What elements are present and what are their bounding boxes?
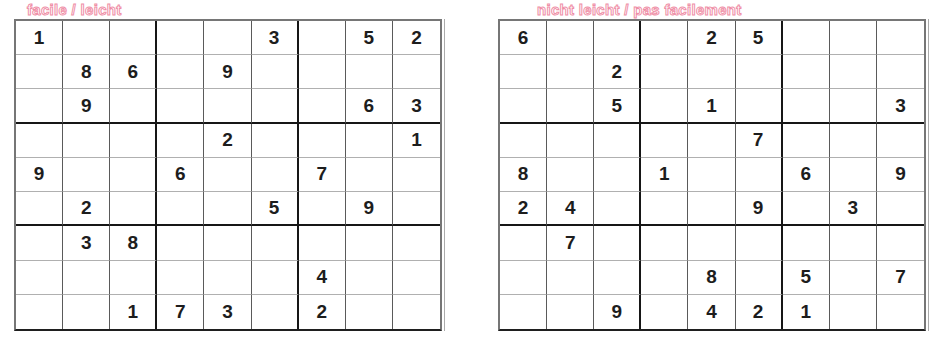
cell-p1-r8c6 [736,261,783,295]
cell-p0-r3c2: 9 [63,89,110,123]
cell-p0-r6c2: 2 [63,192,110,226]
cell-p0-r4c8 [346,124,393,158]
cell-p0-r2c3: 6 [110,55,157,89]
cell-p0-r3c9: 3 [393,89,440,123]
cell-p1-r8c2 [547,261,594,295]
cell-p0-r4c5: 2 [204,124,251,158]
cell-p1-r2c3: 2 [594,55,641,89]
cell-p1-r8c7: 5 [783,261,830,295]
cell-p0-r5c9 [393,158,440,192]
cell-p1-r3c6 [736,89,783,123]
cell-p0-r8c7: 4 [299,261,346,295]
cell-p1-r4c8 [830,124,877,158]
cell-p0-r4c9: 1 [393,124,440,158]
cell-p1-r9c6: 2 [736,295,783,329]
cell-p1-r4c1 [500,124,547,158]
cell-p0-r5c5 [204,158,251,192]
cell-p0-r1c8: 5 [346,21,393,55]
cell-p0-r7c9 [393,226,440,260]
cell-p0-r9c6 [252,295,299,329]
cell-p0-r1c7 [299,21,346,55]
cell-p0-r3c1 [16,89,63,123]
cell-p1-r2c4 [641,55,688,89]
cell-p1-r8c9: 7 [877,261,924,295]
cell-p1-r5c2 [547,158,594,192]
cell-p1-r4c4 [641,124,688,158]
sudoku-grid-right: 625251378169249378579421 [498,19,926,331]
cell-p1-r9c8 [830,295,877,329]
cell-p0-r5c1: 9 [16,158,63,192]
cell-p0-r7c1 [16,226,63,260]
cell-p0-r1c5 [204,21,251,55]
cell-p1-r8c3 [594,261,641,295]
cell-p1-r5c8 [830,158,877,192]
cell-p0-r7c8 [346,226,393,260]
cell-p0-r1c9: 2 [393,21,440,55]
cell-p1-r4c2 [547,124,594,158]
cell-p0-r1c4 [157,21,204,55]
cell-p0-r4c6 [252,124,299,158]
cell-p1-r7c1 [500,226,547,260]
cell-p0-r9c1 [16,295,63,329]
cell-p1-r5c9: 9 [877,158,924,192]
cell-p0-r9c3: 1 [110,295,157,329]
cell-p1-r6c5 [688,192,735,226]
cell-p0-r5c2 [63,158,110,192]
cell-p1-r2c2 [547,55,594,89]
cell-p1-r2c7 [783,55,830,89]
cell-p0-r2c2: 8 [63,55,110,89]
cell-p0-r3c5 [204,89,251,123]
cell-p1-r4c6: 7 [736,124,783,158]
cell-p0-r8c5 [204,261,251,295]
cell-p1-r7c5 [688,226,735,260]
cell-p1-r7c6 [736,226,783,260]
cell-p0-r2c6 [252,55,299,89]
cell-p1-r3c3: 5 [594,89,641,123]
cell-p0-r7c4 [157,226,204,260]
cell-p0-r6c5 [204,192,251,226]
cell-p1-r3c1 [500,89,547,123]
cell-p0-r2c5: 9 [204,55,251,89]
cell-p1-r1c3 [594,21,641,55]
cell-p0-r5c3 [110,158,157,192]
cell-p1-r8c5: 8 [688,261,735,295]
cell-p1-r8c8 [830,261,877,295]
cell-p0-r3c8: 6 [346,89,393,123]
cell-p1-r5c4: 1 [641,158,688,192]
cell-p0-r6c9 [393,192,440,226]
puzzle-facile-leicht: facile / leicht 135286996321967259384173… [14,2,442,331]
cell-p1-r4c7 [783,124,830,158]
cell-p1-r2c8 [830,55,877,89]
cell-p0-r3c3 [110,89,157,123]
cell-p0-r5c6 [252,158,299,192]
cell-p0-r8c6 [252,261,299,295]
cell-p1-r5c3 [594,158,641,192]
sudoku-page: facile / leicht 135286996321967259384173… [0,0,945,331]
cell-p0-r2c8 [346,55,393,89]
cell-p0-r8c1 [16,261,63,295]
cell-p0-r1c3 [110,21,157,55]
cell-p0-r5c4: 6 [157,158,204,192]
sudoku-grid-left: 1352869963219672593841732 [14,19,442,331]
cell-p0-r1c6: 3 [252,21,299,55]
puzzle-nicht-leicht-pas-facilement: nicht leicht / pas facilement 6252513781… [498,2,926,331]
cell-p1-r3c2 [547,89,594,123]
cell-p1-r2c5 [688,55,735,89]
cell-p1-r3c8 [830,89,877,123]
cell-p1-r1c9 [877,21,924,55]
cell-p0-r4c1 [16,124,63,158]
puzzle-title-left: facile / leicht [27,2,442,17]
cell-p1-r3c7 [783,89,830,123]
cell-p1-r6c1: 2 [500,192,547,226]
cell-p1-r9c7: 1 [783,295,830,329]
cell-p0-r9c9 [393,295,440,329]
cell-p0-r8c2 [63,261,110,295]
cell-p0-r4c3 [110,124,157,158]
cell-p1-r2c9 [877,55,924,89]
cell-p0-r8c8 [346,261,393,295]
cell-p1-r6c8: 3 [830,192,877,226]
cell-p0-r9c8 [346,295,393,329]
cell-p1-r3c9: 3 [877,89,924,123]
cell-p0-r3c7 [299,89,346,123]
cell-p1-r7c9 [877,226,924,260]
cell-p1-r4c3 [594,124,641,158]
cell-p0-r2c7 [299,55,346,89]
cell-p1-r6c7 [783,192,830,226]
cell-p1-r9c1 [500,295,547,329]
cell-p1-r9c9 [877,295,924,329]
cell-p0-r6c1 [16,192,63,226]
cell-p0-r7c7 [299,226,346,260]
cell-p1-r9c5: 4 [688,295,735,329]
cell-p0-r9c2 [63,295,110,329]
cell-p1-r1c2 [547,21,594,55]
cell-p1-r1c8 [830,21,877,55]
cell-p1-r8c4 [641,261,688,295]
cell-p1-r6c3 [594,192,641,226]
cell-p0-r3c6 [252,89,299,123]
cell-p1-r6c4 [641,192,688,226]
cell-p1-r5c1: 8 [500,158,547,192]
cell-p1-r7c2: 7 [547,226,594,260]
cell-p0-r2c1 [16,55,63,89]
cell-p0-r7c2: 3 [63,226,110,260]
cell-p0-r7c6 [252,226,299,260]
cell-p1-r8c1 [500,261,547,295]
puzzle-title-right: nicht leicht / pas facilement [537,2,926,17]
cell-p0-r2c9 [393,55,440,89]
cell-p1-r5c6 [736,158,783,192]
cell-p1-r7c3 [594,226,641,260]
cell-p0-r8c4 [157,261,204,295]
cell-p0-r7c3: 8 [110,226,157,260]
cell-p0-r6c4 [157,192,204,226]
cell-p1-r1c6: 5 [736,21,783,55]
cell-p1-r3c5: 1 [688,89,735,123]
cell-p0-r4c4 [157,124,204,158]
cell-p1-r9c3: 9 [594,295,641,329]
cell-p1-r6c9 [877,192,924,226]
cell-p0-r4c2 [63,124,110,158]
cell-p1-r1c4 [641,21,688,55]
cell-p0-r5c7: 7 [299,158,346,192]
cell-p1-r4c9 [877,124,924,158]
cell-p1-r7c8 [830,226,877,260]
cell-p1-r1c7 [783,21,830,55]
cell-p0-r6c3 [110,192,157,226]
cell-p0-r9c4: 7 [157,295,204,329]
cell-p1-r9c2 [547,295,594,329]
cell-p0-r6c7 [299,192,346,226]
cell-p0-r5c8 [346,158,393,192]
cell-p0-r2c4 [157,55,204,89]
cell-p1-r5c5 [688,158,735,192]
cell-p1-r1c1: 6 [500,21,547,55]
cell-p1-r2c1 [500,55,547,89]
cell-p0-r6c8: 9 [346,192,393,226]
cell-p1-r7c4 [641,226,688,260]
cell-p1-r7c7 [783,226,830,260]
cell-p1-r4c5 [688,124,735,158]
cell-p0-r8c3 [110,261,157,295]
cell-p1-r6c2: 4 [547,192,594,226]
cell-p0-r8c9 [393,261,440,295]
cell-p0-r7c5 [204,226,251,260]
cell-p1-r5c7: 6 [783,158,830,192]
cell-p0-r9c7: 2 [299,295,346,329]
cell-p1-r3c4 [641,89,688,123]
cell-p1-r2c6 [736,55,783,89]
cell-p0-r9c5: 3 [204,295,251,329]
cell-p0-r1c1: 1 [16,21,63,55]
cell-p0-r3c4 [157,89,204,123]
cell-p1-r6c6: 9 [736,192,783,226]
cell-p1-r1c5: 2 [688,21,735,55]
cell-p0-r1c2 [63,21,110,55]
cell-p1-r9c4 [641,295,688,329]
cell-p0-r4c7 [299,124,346,158]
cell-p0-r6c6: 5 [252,192,299,226]
